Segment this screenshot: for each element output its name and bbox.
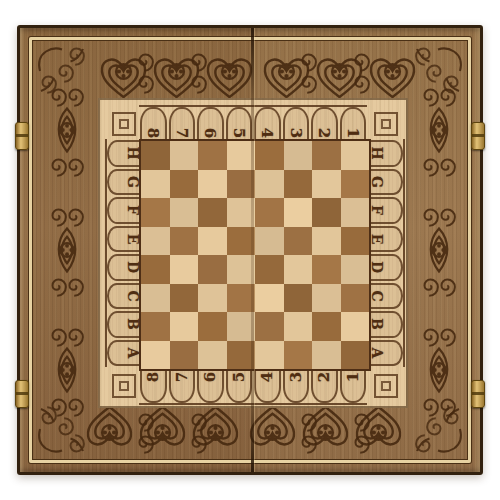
coord-right-cell-b: B xyxy=(367,310,403,339)
square-h5[interactable] xyxy=(227,141,256,170)
square-h6[interactable] xyxy=(198,141,227,170)
coord-right-cell-d: D xyxy=(367,253,403,282)
chessboard-grid xyxy=(139,139,371,371)
square-h2[interactable] xyxy=(312,141,341,170)
coordinate-strip-top: 87654321 xyxy=(139,105,367,143)
square-b2[interactable] xyxy=(312,312,341,341)
coord-bottom-cell-6: 6 xyxy=(196,367,225,403)
coord-right-cell-g: G xyxy=(367,168,403,197)
square-e3[interactable] xyxy=(284,227,313,256)
square-g5[interactable] xyxy=(227,170,256,199)
coord-right-cell-c: C xyxy=(367,282,403,311)
coord-bottom-cell-4: 4 xyxy=(253,367,282,403)
square-g4[interactable] xyxy=(255,170,284,199)
coord-right-cell-h: H xyxy=(367,139,403,168)
square-a4[interactable] xyxy=(255,341,284,370)
corner-step-ornament xyxy=(374,374,398,398)
square-e2[interactable] xyxy=(312,227,341,256)
square-g6[interactable] xyxy=(198,170,227,199)
square-a8[interactable] xyxy=(141,341,170,370)
square-f1[interactable] xyxy=(341,198,370,227)
square-a1[interactable] xyxy=(341,341,370,370)
square-b6[interactable] xyxy=(198,312,227,341)
coord-bottom-cell-2: 2 xyxy=(310,367,339,403)
corner-step-ornament xyxy=(112,374,136,398)
square-d8[interactable] xyxy=(141,255,170,284)
square-b5[interactable] xyxy=(227,312,256,341)
square-b3[interactable] xyxy=(284,312,313,341)
square-g1[interactable] xyxy=(341,170,370,199)
coord-bottom-cell-8: 8 xyxy=(139,367,168,403)
square-b7[interactable] xyxy=(170,312,199,341)
coordinate-strip-right: HGFEDCBA xyxy=(367,139,405,367)
chessboard-box: 87654321 87654321 HGFEDCBA HGFEDCBA xyxy=(17,25,483,475)
square-e4[interactable] xyxy=(255,227,284,256)
square-a3[interactable] xyxy=(284,341,313,370)
coord-left-cell-a: A xyxy=(107,339,143,368)
square-d5[interactable] xyxy=(227,255,256,284)
coord-left-cell-c: C xyxy=(107,282,143,311)
square-h7[interactable] xyxy=(170,141,199,170)
coord-bottom-cell-7: 7 xyxy=(168,367,197,403)
coordinate-strip-bottom: 87654321 xyxy=(139,367,367,405)
coord-top-cell-1: 1 xyxy=(339,107,368,143)
square-c3[interactable] xyxy=(284,284,313,313)
coord-left-cell-g: G xyxy=(107,168,143,197)
square-f3[interactable] xyxy=(284,198,313,227)
coord-top-cell-4: 4 xyxy=(253,107,282,143)
square-c5[interactable] xyxy=(227,284,256,313)
coord-bottom-cell-1: 1 xyxy=(339,367,368,403)
coord-top-cell-6: 6 xyxy=(196,107,225,143)
coord-left-cell-d: D xyxy=(107,253,143,282)
square-d6[interactable] xyxy=(198,255,227,284)
square-d2[interactable] xyxy=(312,255,341,284)
square-e8[interactable] xyxy=(141,227,170,256)
coord-bottom-cell-3: 3 xyxy=(282,367,311,403)
coord-right-cell-e: E xyxy=(367,225,403,254)
square-c1[interactable] xyxy=(341,284,370,313)
square-c7[interactable] xyxy=(170,284,199,313)
square-f7[interactable] xyxy=(170,198,199,227)
coord-left-cell-b: B xyxy=(107,310,143,339)
square-g3[interactable] xyxy=(284,170,313,199)
brass-clasp-right-upper xyxy=(471,122,485,150)
square-e5[interactable] xyxy=(227,227,256,256)
square-c8[interactable] xyxy=(141,284,170,313)
square-a2[interactable] xyxy=(312,341,341,370)
square-d7[interactable] xyxy=(170,255,199,284)
square-c6[interactable] xyxy=(198,284,227,313)
square-b1[interactable] xyxy=(341,312,370,341)
coord-right-cell-a: A xyxy=(367,339,403,368)
playing-field: 87654321 87654321 HGFEDCBA HGFEDCBA xyxy=(98,98,408,408)
square-c4[interactable] xyxy=(255,284,284,313)
square-g2[interactable] xyxy=(312,170,341,199)
square-b4[interactable] xyxy=(255,312,284,341)
coord-top-cell-8: 8 xyxy=(139,107,168,143)
coord-left-cell-h: H xyxy=(107,139,143,168)
square-f8[interactable] xyxy=(141,198,170,227)
coord-top-cell-7: 7 xyxy=(168,107,197,143)
square-h3[interactable] xyxy=(284,141,313,170)
square-e7[interactable] xyxy=(170,227,199,256)
square-a7[interactable] xyxy=(170,341,199,370)
square-a6[interactable] xyxy=(198,341,227,370)
coord-right-cell-f: F xyxy=(367,196,403,225)
corner-step-ornament xyxy=(374,112,398,136)
square-f6[interactable] xyxy=(198,198,227,227)
brass-clasp-left-lower xyxy=(15,380,29,408)
square-f2[interactable] xyxy=(312,198,341,227)
square-f4[interactable] xyxy=(255,198,284,227)
product-photo: 87654321 87654321 HGFEDCBA HGFEDCBA xyxy=(0,0,500,500)
coord-left-cell-f: F xyxy=(107,196,143,225)
square-g8[interactable] xyxy=(141,170,170,199)
brass-clasp-right-lower xyxy=(471,380,485,408)
square-e1[interactable] xyxy=(341,227,370,256)
coord-left-cell-e: E xyxy=(107,225,143,254)
square-h1[interactable] xyxy=(341,141,370,170)
coord-bottom-cell-5: 5 xyxy=(225,367,254,403)
square-h4[interactable] xyxy=(255,141,284,170)
square-d1[interactable] xyxy=(341,255,370,284)
square-e6[interactable] xyxy=(198,227,227,256)
square-d4[interactable] xyxy=(255,255,284,284)
coord-top-cell-2: 2 xyxy=(310,107,339,143)
square-d3[interactable] xyxy=(284,255,313,284)
square-a5[interactable] xyxy=(227,341,256,370)
coordinate-strip-left: HGFEDCBA xyxy=(105,139,143,367)
square-g7[interactable] xyxy=(170,170,199,199)
corner-step-ornament xyxy=(112,112,136,136)
brass-clasp-left-upper xyxy=(15,122,29,150)
coord-top-cell-5: 5 xyxy=(225,107,254,143)
square-c2[interactable] xyxy=(312,284,341,313)
square-h8[interactable] xyxy=(141,141,170,170)
square-b8[interactable] xyxy=(141,312,170,341)
coord-top-cell-3: 3 xyxy=(282,107,311,143)
square-f5[interactable] xyxy=(227,198,256,227)
